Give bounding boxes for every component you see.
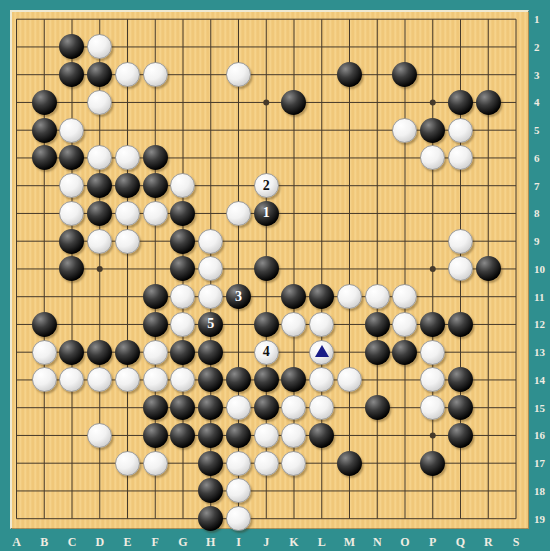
black-stone-J8[interactable]: 1 (254, 201, 279, 226)
intersection-O2[interactable] (391, 33, 419, 61)
black-stone-P17[interactable] (420, 451, 445, 476)
intersection-P12[interactable] (419, 310, 447, 338)
black-stone-E13[interactable] (115, 340, 140, 365)
black-stone-Q4[interactable] (448, 90, 473, 115)
intersection-N8[interactable] (363, 199, 391, 227)
intersection-R10[interactable] (474, 255, 502, 283)
intersection-H7[interactable] (197, 172, 225, 200)
intersection-L14[interactable] (308, 366, 336, 394)
intersection-I13[interactable] (225, 338, 253, 366)
intersection-Q7[interactable] (447, 172, 475, 200)
black-stone-O13[interactable] (392, 340, 417, 365)
intersection-K3[interactable] (280, 61, 308, 89)
intersection-M13[interactable] (336, 338, 364, 366)
intersection-J7[interactable]: 2 (252, 172, 280, 200)
intersection-O19[interactable] (391, 505, 419, 533)
intersection-N13[interactable] (363, 338, 391, 366)
intersection-H1[interactable] (197, 5, 225, 33)
white-stone-P15[interactable] (420, 395, 445, 420)
intersection-F9[interactable] (141, 227, 169, 255)
intersection-N19[interactable] (363, 505, 391, 533)
intersection-J15[interactable] (252, 394, 280, 422)
intersection-A19[interactable] (3, 505, 31, 533)
intersection-J11[interactable] (252, 283, 280, 311)
intersection-K19[interactable] (280, 505, 308, 533)
intersection-P17[interactable] (419, 449, 447, 477)
black-stone-D3[interactable] (87, 62, 112, 87)
white-stone-G12[interactable] (170, 312, 195, 337)
intersection-R17[interactable] (474, 449, 502, 477)
intersection-M15[interactable] (336, 394, 364, 422)
intersection-D16[interactable] (86, 421, 114, 449)
intersection-Q15[interactable] (447, 394, 475, 422)
intersection-N11[interactable] (363, 283, 391, 311)
intersection-M10[interactable] (336, 255, 364, 283)
intersection-S15[interactable] (502, 394, 530, 422)
white-stone-D14[interactable] (87, 367, 112, 392)
intersection-J9[interactable] (252, 227, 280, 255)
intersection-F15[interactable] (141, 394, 169, 422)
black-stone-L11[interactable] (309, 284, 334, 309)
intersection-H18[interactable] (197, 477, 225, 505)
intersection-C1[interactable] (58, 5, 86, 33)
black-stone-H16[interactable] (198, 423, 223, 448)
black-stone-H13[interactable] (198, 340, 223, 365)
black-stone-O3[interactable] (392, 62, 417, 87)
black-stone-G15[interactable] (170, 395, 195, 420)
intersection-E5[interactable] (114, 116, 142, 144)
intersection-Q10[interactable] (447, 255, 475, 283)
intersection-I2[interactable] (225, 33, 253, 61)
white-stone-B13[interactable] (32, 340, 57, 365)
intersection-S19[interactable] (502, 505, 530, 533)
intersection-F10[interactable] (141, 255, 169, 283)
black-stone-G8[interactable] (170, 201, 195, 226)
intersection-K1[interactable] (280, 5, 308, 33)
intersection-D6[interactable] (86, 144, 114, 172)
white-stone-Q9[interactable] (448, 229, 473, 254)
intersection-G14[interactable] (169, 366, 197, 394)
white-stone-F14[interactable] (143, 367, 168, 392)
intersection-A16[interactable] (3, 421, 31, 449)
intersection-S6[interactable] (502, 144, 530, 172)
intersection-D4[interactable] (86, 88, 114, 116)
black-stone-J10[interactable] (254, 256, 279, 281)
intersection-M16[interactable] (336, 421, 364, 449)
black-stone-G9[interactable] (170, 229, 195, 254)
intersection-P15[interactable] (419, 394, 447, 422)
intersection-G16[interactable] (169, 421, 197, 449)
black-stone-K14[interactable] (281, 367, 306, 392)
intersection-F11[interactable] (141, 283, 169, 311)
intersection-S2[interactable] (502, 33, 530, 61)
intersection-L4[interactable] (308, 88, 336, 116)
intersection-P13[interactable] (419, 338, 447, 366)
intersection-C11[interactable] (58, 283, 86, 311)
white-stone-H10[interactable] (198, 256, 223, 281)
intersection-H6[interactable] (197, 144, 225, 172)
black-stone-L16[interactable] (309, 423, 334, 448)
intersection-D19[interactable] (86, 505, 114, 533)
intersection-P7[interactable] (419, 172, 447, 200)
intersection-E16[interactable] (114, 421, 142, 449)
intersection-S13[interactable] (502, 338, 530, 366)
intersection-F5[interactable] (141, 116, 169, 144)
intersection-F1[interactable] (141, 5, 169, 33)
intersection-I17[interactable] (225, 449, 253, 477)
intersection-A9[interactable] (3, 227, 31, 255)
intersection-L11[interactable] (308, 283, 336, 311)
white-stone-G7[interactable] (170, 173, 195, 198)
black-stone-B6[interactable] (32, 145, 57, 170)
intersection-G13[interactable] (169, 338, 197, 366)
intersection-R16[interactable] (474, 421, 502, 449)
white-stone-B14[interactable] (32, 367, 57, 392)
intersection-O9[interactable] (391, 227, 419, 255)
black-stone-R4[interactable] (476, 90, 501, 115)
intersection-Q17[interactable] (447, 449, 475, 477)
intersection-B18[interactable] (30, 477, 58, 505)
white-stone-I3[interactable] (226, 62, 251, 87)
black-stone-F6[interactable] (143, 145, 168, 170)
black-stone-R10[interactable] (476, 256, 501, 281)
intersection-M6[interactable] (336, 144, 364, 172)
intersection-O16[interactable] (391, 421, 419, 449)
intersection-A5[interactable] (3, 116, 31, 144)
intersection-F4[interactable] (141, 88, 169, 116)
black-stone-F12[interactable] (143, 312, 168, 337)
intersection-C18[interactable] (58, 477, 86, 505)
intersection-M3[interactable] (336, 61, 364, 89)
intersection-L5[interactable] (308, 116, 336, 144)
white-stone-P6[interactable] (420, 145, 445, 170)
intersection-L2[interactable] (308, 33, 336, 61)
intersection-G1[interactable] (169, 5, 197, 33)
black-stone-N13[interactable] (365, 340, 390, 365)
intersection-Q14[interactable] (447, 366, 475, 394)
intersection-K9[interactable] (280, 227, 308, 255)
black-stone-D8[interactable] (87, 201, 112, 226)
intersection-E10[interactable] (114, 255, 142, 283)
intersection-M2[interactable] (336, 33, 364, 61)
intersection-R18[interactable] (474, 477, 502, 505)
white-stone-E14[interactable] (115, 367, 140, 392)
white-stone-J16[interactable] (254, 423, 279, 448)
intersection-C14[interactable] (58, 366, 86, 394)
intersection-O18[interactable] (391, 477, 419, 505)
intersection-C9[interactable] (58, 227, 86, 255)
intersection-B19[interactable] (30, 505, 58, 533)
intersection-A1[interactable] (3, 5, 31, 33)
intersection-R14[interactable] (474, 366, 502, 394)
intersection-E11[interactable] (114, 283, 142, 311)
intersection-G6[interactable] (169, 144, 197, 172)
black-stone-B12[interactable] (32, 312, 57, 337)
intersection-P8[interactable] (419, 199, 447, 227)
intersection-A8[interactable] (3, 199, 31, 227)
intersection-S11[interactable] (502, 283, 530, 311)
intersection-A7[interactable] (3, 172, 31, 200)
intersection-J5[interactable] (252, 116, 280, 144)
intersection-J12[interactable] (252, 310, 280, 338)
intersection-K10[interactable] (280, 255, 308, 283)
white-stone-E9[interactable] (115, 229, 140, 254)
intersection-A2[interactable] (3, 33, 31, 61)
white-stone-H9[interactable] (198, 229, 223, 254)
white-stone-I8[interactable] (226, 201, 251, 226)
intersection-G2[interactable] (169, 33, 197, 61)
white-stone-C8[interactable] (59, 201, 84, 226)
intersection-S14[interactable] (502, 366, 530, 394)
intersection-R19[interactable] (474, 505, 502, 533)
white-stone-E3[interactable] (115, 62, 140, 87)
white-stone-I18[interactable] (226, 478, 251, 503)
intersection-E1[interactable] (114, 5, 142, 33)
intersection-C2[interactable] (58, 33, 86, 61)
intersection-H16[interactable] (197, 421, 225, 449)
black-stone-H19[interactable] (198, 506, 223, 531)
black-stone-Q12[interactable] (448, 312, 473, 337)
intersection-I5[interactable] (225, 116, 253, 144)
intersection-S12[interactable] (502, 310, 530, 338)
intersection-G18[interactable] (169, 477, 197, 505)
white-stone-M11[interactable] (337, 284, 362, 309)
intersection-O3[interactable] (391, 61, 419, 89)
intersection-D7[interactable] (86, 172, 114, 200)
black-stone-I11[interactable]: 3 (226, 284, 251, 309)
white-stone-D2[interactable] (87, 34, 112, 59)
intersection-Q3[interactable] (447, 61, 475, 89)
intersection-K7[interactable] (280, 172, 308, 200)
intersection-L13[interactable] (308, 338, 336, 366)
intersection-S17[interactable] (502, 449, 530, 477)
intersection-S10[interactable] (502, 255, 530, 283)
intersection-L12[interactable] (308, 310, 336, 338)
black-stone-G16[interactable] (170, 423, 195, 448)
intersection-B9[interactable] (30, 227, 58, 255)
intersection-C13[interactable] (58, 338, 86, 366)
intersection-E13[interactable] (114, 338, 142, 366)
intersection-M7[interactable] (336, 172, 364, 200)
white-stone-Q10[interactable] (448, 256, 473, 281)
black-stone-K4[interactable] (281, 90, 306, 115)
white-stone-F17[interactable] (143, 451, 168, 476)
intersection-D13[interactable] (86, 338, 114, 366)
white-stone-Q6[interactable] (448, 145, 473, 170)
intersection-F3[interactable] (141, 61, 169, 89)
black-stone-J14[interactable] (254, 367, 279, 392)
white-stone-L15[interactable] (309, 395, 334, 420)
intersection-O17[interactable] (391, 449, 419, 477)
intersection-J6[interactable] (252, 144, 280, 172)
intersection-C3[interactable] (58, 61, 86, 89)
intersection-J16[interactable] (252, 421, 280, 449)
white-stone-I19[interactable] (226, 506, 251, 531)
intersection-P11[interactable] (419, 283, 447, 311)
intersection-G7[interactable] (169, 172, 197, 200)
intersection-H8[interactable] (197, 199, 225, 227)
intersection-N7[interactable] (363, 172, 391, 200)
intersection-B2[interactable] (30, 33, 58, 61)
black-stone-G13[interactable] (170, 340, 195, 365)
white-stone-P13[interactable] (420, 340, 445, 365)
black-stone-I14[interactable] (226, 367, 251, 392)
intersection-N15[interactable] (363, 394, 391, 422)
black-stone-N12[interactable] (365, 312, 390, 337)
intersection-N18[interactable] (363, 477, 391, 505)
black-stone-C6[interactable] (59, 145, 84, 170)
white-stone-K15[interactable] (281, 395, 306, 420)
white-stone-F13[interactable] (143, 340, 168, 365)
intersection-D18[interactable] (86, 477, 114, 505)
black-stone-M3[interactable] (337, 62, 362, 87)
intersection-M14[interactable] (336, 366, 364, 394)
black-stone-I16[interactable] (226, 423, 251, 448)
intersection-G12[interactable] (169, 310, 197, 338)
intersection-O8[interactable] (391, 199, 419, 227)
intersection-L16[interactable] (308, 421, 336, 449)
black-stone-G10[interactable] (170, 256, 195, 281)
intersection-C8[interactable] (58, 199, 86, 227)
intersection-F19[interactable] (141, 505, 169, 533)
intersection-M9[interactable] (336, 227, 364, 255)
intersection-C6[interactable] (58, 144, 86, 172)
white-stone-P14[interactable] (420, 367, 445, 392)
white-stone-F8[interactable] (143, 201, 168, 226)
intersection-R1[interactable] (474, 5, 502, 33)
white-stone-G14[interactable] (170, 367, 195, 392)
intersection-O5[interactable] (391, 116, 419, 144)
intersection-C10[interactable] (58, 255, 86, 283)
black-stone-C9[interactable] (59, 229, 84, 254)
intersection-J2[interactable] (252, 33, 280, 61)
black-stone-Q14[interactable] (448, 367, 473, 392)
intersection-B1[interactable] (30, 5, 58, 33)
intersection-G17[interactable] (169, 449, 197, 477)
intersection-B14[interactable] (30, 366, 58, 394)
black-stone-C10[interactable] (59, 256, 84, 281)
intersection-K16[interactable] (280, 421, 308, 449)
white-stone-E17[interactable] (115, 451, 140, 476)
intersection-B4[interactable] (30, 88, 58, 116)
intersection-E17[interactable] (114, 449, 142, 477)
black-stone-H15[interactable] (198, 395, 223, 420)
intersection-S9[interactable] (502, 227, 530, 255)
intersection-Q13[interactable] (447, 338, 475, 366)
intersection-M1[interactable] (336, 5, 364, 33)
intersection-I12[interactable] (225, 310, 253, 338)
intersection-S4[interactable] (502, 88, 530, 116)
intersection-O6[interactable] (391, 144, 419, 172)
intersection-H4[interactable] (197, 88, 225, 116)
intersection-I11[interactable]: 3 (225, 283, 253, 311)
intersection-R8[interactable] (474, 199, 502, 227)
intersection-E2[interactable] (114, 33, 142, 61)
intersection-I4[interactable] (225, 88, 253, 116)
white-stone-I17[interactable] (226, 451, 251, 476)
intersection-D2[interactable] (86, 33, 114, 61)
intersection-F14[interactable] (141, 366, 169, 394)
intersection-H12[interactable]: 5 (197, 310, 225, 338)
intersection-P6[interactable] (419, 144, 447, 172)
intersection-N6[interactable] (363, 144, 391, 172)
intersection-J1[interactable] (252, 5, 280, 33)
intersection-L15[interactable] (308, 394, 336, 422)
intersection-B8[interactable] (30, 199, 58, 227)
white-stone-K16[interactable] (281, 423, 306, 448)
intersection-D10[interactable] (86, 255, 114, 283)
intersection-E4[interactable] (114, 88, 142, 116)
intersection-S5[interactable] (502, 116, 530, 144)
intersection-J14[interactable] (252, 366, 280, 394)
intersection-N17[interactable] (363, 449, 391, 477)
intersection-N10[interactable] (363, 255, 391, 283)
intersection-I14[interactable] (225, 366, 253, 394)
intersection-E18[interactable] (114, 477, 142, 505)
white-stone-E6[interactable] (115, 145, 140, 170)
intersection-B13[interactable] (30, 338, 58, 366)
intersection-A13[interactable] (3, 338, 31, 366)
intersection-Q2[interactable] (447, 33, 475, 61)
intersection-R12[interactable] (474, 310, 502, 338)
intersection-N16[interactable] (363, 421, 391, 449)
black-stone-Q16[interactable] (448, 423, 473, 448)
intersection-B12[interactable] (30, 310, 58, 338)
white-stone-J7[interactable]: 2 (254, 173, 279, 198)
intersection-I19[interactable] (225, 505, 253, 533)
intersection-Q11[interactable] (447, 283, 475, 311)
intersection-N1[interactable] (363, 5, 391, 33)
intersection-C19[interactable] (58, 505, 86, 533)
intersection-R3[interactable] (474, 61, 502, 89)
intersection-G9[interactable] (169, 227, 197, 255)
intersection-C12[interactable] (58, 310, 86, 338)
intersection-H2[interactable] (197, 33, 225, 61)
intersection-A12[interactable] (3, 310, 31, 338)
intersection-C15[interactable] (58, 394, 86, 422)
intersection-C5[interactable] (58, 116, 86, 144)
white-stone-D9[interactable] (87, 229, 112, 254)
intersection-B16[interactable] (30, 421, 58, 449)
intersection-J8[interactable]: 1 (252, 199, 280, 227)
intersection-J4[interactable] (252, 88, 280, 116)
black-stone-F11[interactable] (143, 284, 168, 309)
black-stone-J15[interactable] (254, 395, 279, 420)
white-stone-C5[interactable] (59, 118, 84, 143)
intersection-K12[interactable] (280, 310, 308, 338)
intersection-A14[interactable] (3, 366, 31, 394)
black-stone-H12[interactable]: 5 (198, 312, 223, 337)
black-stone-H14[interactable] (198, 367, 223, 392)
intersection-D14[interactable] (86, 366, 114, 394)
black-stone-C3[interactable] (59, 62, 84, 87)
intersection-R9[interactable] (474, 227, 502, 255)
intersection-L6[interactable] (308, 144, 336, 172)
intersection-A4[interactable] (3, 88, 31, 116)
intersection-I10[interactable] (225, 255, 253, 283)
white-stone-F3[interactable] (143, 62, 168, 87)
intersection-F7[interactable] (141, 172, 169, 200)
intersection-J10[interactable] (252, 255, 280, 283)
white-stone-D6[interactable] (87, 145, 112, 170)
black-stone-D7[interactable] (87, 173, 112, 198)
intersection-K2[interactable] (280, 33, 308, 61)
intersection-G5[interactable] (169, 116, 197, 144)
intersection-N2[interactable] (363, 33, 391, 61)
intersection-O7[interactable] (391, 172, 419, 200)
intersection-N5[interactable] (363, 116, 391, 144)
intersection-B6[interactable] (30, 144, 58, 172)
